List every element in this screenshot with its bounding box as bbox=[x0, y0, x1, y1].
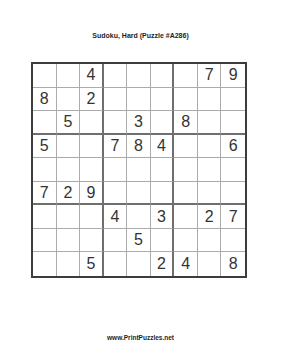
cell-r6c5 bbox=[127, 182, 151, 206]
cell-r8c4 bbox=[104, 229, 128, 253]
cell-r6c2: 2 bbox=[57, 182, 81, 206]
footer-url: www.PrintPuzzles.net bbox=[0, 334, 281, 342]
cell-r6c9 bbox=[221, 182, 245, 206]
cell-r7c9: 7 bbox=[221, 205, 245, 229]
cell-r1c2 bbox=[57, 64, 81, 88]
sudoku-board: 4798253857846729432755248 bbox=[31, 62, 247, 278]
cell-r9c4 bbox=[104, 252, 128, 276]
cell-r3c3 bbox=[80, 111, 104, 135]
cell-r2c2 bbox=[57, 88, 81, 112]
cell-r4c9: 6 bbox=[221, 135, 245, 159]
cell-r5c4 bbox=[104, 158, 128, 182]
cell-r8c8 bbox=[198, 229, 222, 253]
cell-r3c6 bbox=[151, 111, 175, 135]
cell-r8c7 bbox=[174, 229, 198, 253]
cell-r2c8 bbox=[198, 88, 222, 112]
cell-r4c7 bbox=[174, 135, 198, 159]
cell-r2c9 bbox=[221, 88, 245, 112]
cell-r7c7 bbox=[174, 205, 198, 229]
cell-r6c1: 7 bbox=[33, 182, 57, 206]
cell-r6c7 bbox=[174, 182, 198, 206]
cell-r9c8 bbox=[198, 252, 222, 276]
cell-r5c9 bbox=[221, 158, 245, 182]
cell-r3c7: 8 bbox=[174, 111, 198, 135]
cell-r9c3: 5 bbox=[80, 252, 104, 276]
cell-r4c6: 4 bbox=[151, 135, 175, 159]
cell-r1c4 bbox=[104, 64, 128, 88]
cell-r9c6: 2 bbox=[151, 252, 175, 276]
cell-r8c2 bbox=[57, 229, 81, 253]
cell-r4c2 bbox=[57, 135, 81, 159]
cell-r7c4: 4 bbox=[104, 205, 128, 229]
cell-r3c8 bbox=[198, 111, 222, 135]
cell-r3c2: 5 bbox=[57, 111, 81, 135]
cell-r2c7 bbox=[174, 88, 198, 112]
cell-r2c6 bbox=[151, 88, 175, 112]
cell-r5c5 bbox=[127, 158, 151, 182]
cell-r4c3 bbox=[80, 135, 104, 159]
cell-r7c3 bbox=[80, 205, 104, 229]
cell-r4c5: 8 bbox=[127, 135, 151, 159]
cell-r5c2 bbox=[57, 158, 81, 182]
cell-r1c5 bbox=[127, 64, 151, 88]
cell-r8c5: 5 bbox=[127, 229, 151, 253]
cell-r8c3 bbox=[80, 229, 104, 253]
cell-r3c5: 3 bbox=[127, 111, 151, 135]
cell-r9c1 bbox=[33, 252, 57, 276]
cell-r6c4 bbox=[104, 182, 128, 206]
cell-r8c1 bbox=[33, 229, 57, 253]
cell-r4c4: 7 bbox=[104, 135, 128, 159]
puzzle-page: Sudoku, Hard (Puzzle #A286) 479825385784… bbox=[0, 0, 281, 363]
cell-r6c8 bbox=[198, 182, 222, 206]
cell-r5c3 bbox=[80, 158, 104, 182]
cell-r8c6 bbox=[151, 229, 175, 253]
cell-r6c6 bbox=[151, 182, 175, 206]
cell-r6c3: 9 bbox=[80, 182, 104, 206]
cell-r5c6 bbox=[151, 158, 175, 182]
cell-r5c8 bbox=[198, 158, 222, 182]
puzzle-title: Sudoku, Hard (Puzzle #A286) bbox=[0, 31, 281, 40]
cell-r3c4 bbox=[104, 111, 128, 135]
cell-r4c1: 5 bbox=[33, 135, 57, 159]
cell-r7c1 bbox=[33, 205, 57, 229]
cell-r9c2 bbox=[57, 252, 81, 276]
cell-r7c2 bbox=[57, 205, 81, 229]
cell-r1c8: 7 bbox=[198, 64, 222, 88]
cell-r1c1 bbox=[33, 64, 57, 88]
cell-r7c6: 3 bbox=[151, 205, 175, 229]
cell-r5c1 bbox=[33, 158, 57, 182]
cell-r2c3: 2 bbox=[80, 88, 104, 112]
cell-r4c8 bbox=[198, 135, 222, 159]
cell-r9c5 bbox=[127, 252, 151, 276]
cell-r9c7: 4 bbox=[174, 252, 198, 276]
cell-r3c1 bbox=[33, 111, 57, 135]
cell-r9c9: 8 bbox=[221, 252, 245, 276]
cell-r7c8: 2 bbox=[198, 205, 222, 229]
cell-r3c9 bbox=[221, 111, 245, 135]
cell-r1c6 bbox=[151, 64, 175, 88]
cell-r1c3: 4 bbox=[80, 64, 104, 88]
cell-r2c1: 8 bbox=[33, 88, 57, 112]
cell-r2c4 bbox=[104, 88, 128, 112]
cell-r2c5 bbox=[127, 88, 151, 112]
cell-r5c7 bbox=[174, 158, 198, 182]
cell-r7c5 bbox=[127, 205, 151, 229]
cell-r1c7 bbox=[174, 64, 198, 88]
cell-r1c9: 9 bbox=[221, 64, 245, 88]
cell-r8c9 bbox=[221, 229, 245, 253]
